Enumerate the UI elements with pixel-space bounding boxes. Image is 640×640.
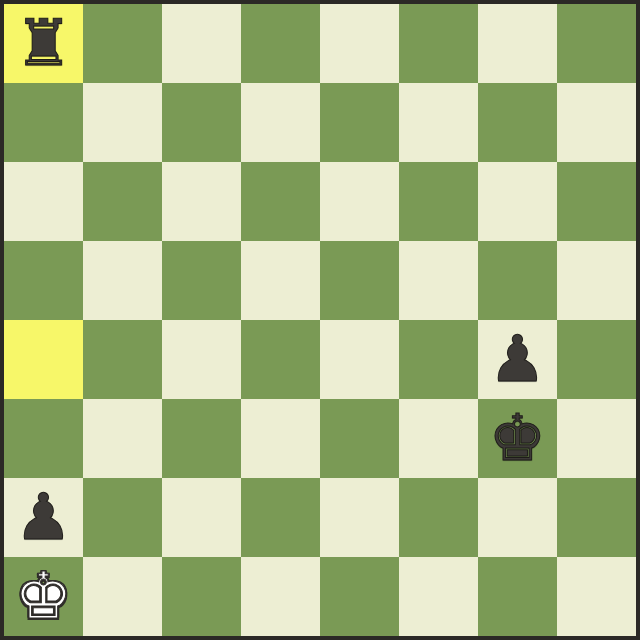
square-f8[interactable] (399, 4, 478, 83)
square-d6[interactable] (241, 162, 320, 241)
square-d2[interactable] (241, 478, 320, 557)
square-e4[interactable] (320, 320, 399, 399)
square-a8[interactable]: ♜ (4, 4, 83, 83)
square-f1[interactable] (399, 557, 478, 636)
square-c3[interactable] (162, 399, 241, 478)
square-e2[interactable] (320, 478, 399, 557)
square-b4[interactable] (83, 320, 162, 399)
square-g6[interactable] (478, 162, 557, 241)
square-b5[interactable] (83, 241, 162, 320)
square-b2[interactable] (83, 478, 162, 557)
square-a5[interactable] (4, 241, 83, 320)
square-h4[interactable] (557, 320, 636, 399)
black-king-g3[interactable]: ♚ (478, 399, 557, 478)
square-e3[interactable] (320, 399, 399, 478)
square-e1[interactable] (320, 557, 399, 636)
square-h5[interactable] (557, 241, 636, 320)
square-g2[interactable] (478, 478, 557, 557)
square-f2[interactable] (399, 478, 478, 557)
white-king-a1[interactable]: ♚ (4, 557, 83, 636)
board-frame: ♜♟♚♟♚ (0, 0, 640, 640)
square-c2[interactable] (162, 478, 241, 557)
square-b8[interactable] (83, 4, 162, 83)
square-d8[interactable] (241, 4, 320, 83)
square-g3[interactable]: ♚ (478, 399, 557, 478)
square-a1[interactable]: ♚ (4, 557, 83, 636)
square-f7[interactable] (399, 83, 478, 162)
square-b6[interactable] (83, 162, 162, 241)
square-h6[interactable] (557, 162, 636, 241)
square-e5[interactable] (320, 241, 399, 320)
square-c5[interactable] (162, 241, 241, 320)
square-c1[interactable] (162, 557, 241, 636)
square-a4[interactable] (4, 320, 83, 399)
square-a2[interactable]: ♟ (4, 478, 83, 557)
square-g5[interactable] (478, 241, 557, 320)
square-f3[interactable] (399, 399, 478, 478)
square-e8[interactable] (320, 4, 399, 83)
square-b7[interactable] (83, 83, 162, 162)
square-f4[interactable] (399, 320, 478, 399)
square-h2[interactable] (557, 478, 636, 557)
square-g7[interactable] (478, 83, 557, 162)
square-e7[interactable] (320, 83, 399, 162)
square-c4[interactable] (162, 320, 241, 399)
square-h1[interactable] (557, 557, 636, 636)
square-g8[interactable] (478, 4, 557, 83)
square-e6[interactable] (320, 162, 399, 241)
chess-board: ♜♟♚♟♚ (4, 4, 636, 636)
black-pawn-g4[interactable]: ♟ (478, 320, 557, 399)
square-h7[interactable] (557, 83, 636, 162)
black-rook-a8[interactable]: ♜ (4, 4, 83, 83)
square-d7[interactable] (241, 83, 320, 162)
square-d5[interactable] (241, 241, 320, 320)
square-g4[interactable]: ♟ (478, 320, 557, 399)
square-f6[interactable] (399, 162, 478, 241)
square-c8[interactable] (162, 4, 241, 83)
square-d1[interactable] (241, 557, 320, 636)
square-b1[interactable] (83, 557, 162, 636)
square-d3[interactable] (241, 399, 320, 478)
square-d4[interactable] (241, 320, 320, 399)
square-c7[interactable] (162, 83, 241, 162)
square-c6[interactable] (162, 162, 241, 241)
square-h3[interactable] (557, 399, 636, 478)
square-a6[interactable] (4, 162, 83, 241)
square-h8[interactable] (557, 4, 636, 83)
square-a3[interactable] (4, 399, 83, 478)
square-g1[interactable] (478, 557, 557, 636)
square-f5[interactable] (399, 241, 478, 320)
square-b3[interactable] (83, 399, 162, 478)
black-pawn-a2[interactable]: ♟ (4, 478, 83, 557)
square-a7[interactable] (4, 83, 83, 162)
